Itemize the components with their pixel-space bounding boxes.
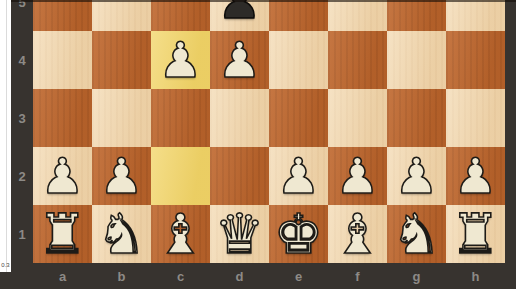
file-label-e: e <box>269 263 328 289</box>
white-rook: ♜ <box>33 206 92 262</box>
square-g5[interactable] <box>387 0 446 31</box>
square-h2[interactable]: ♟ <box>446 147 505 205</box>
file-label-c: c <box>151 263 210 289</box>
square-g1[interactable]: ♞ <box>387 205 446 263</box>
file-label-g: g <box>387 263 446 289</box>
square-a4[interactable] <box>33 31 92 89</box>
chess-app-window: 0.3 54321 ♟♟♟♟♟♟♟♟♟♜♞♝♛♚♝♞♜ abcdefgh <box>0 0 516 289</box>
square-c2[interactable] <box>151 147 210 205</box>
white-pawn: ♟ <box>151 36 210 86</box>
square-a2[interactable]: ♟ <box>33 147 92 205</box>
rank-coordinates: 54321 <box>11 0 33 263</box>
white-pawn: ♟ <box>328 152 387 202</box>
square-f4[interactable] <box>328 31 387 89</box>
rank-label-4: 4 <box>11 31 33 89</box>
square-d2[interactable] <box>210 147 269 205</box>
square-b5[interactable] <box>92 0 151 31</box>
chess-board: ♟♟♟♟♟♟♟♟♟♜♞♝♛♚♝♞♜ <box>33 0 505 263</box>
square-e1[interactable]: ♚ <box>269 205 328 263</box>
evaluation-score: 0.3 <box>0 262 11 269</box>
white-knight: ♞ <box>92 206 151 262</box>
evaluation-bar: 0.3 <box>0 0 11 272</box>
square-b3[interactable] <box>92 89 151 147</box>
white-bishop: ♝ <box>151 206 210 262</box>
file-label-f: f <box>328 263 387 289</box>
square-a1[interactable]: ♜ <box>33 205 92 263</box>
white-pawn: ♟ <box>33 152 92 202</box>
white-pawn: ♟ <box>387 152 446 202</box>
square-b4[interactable] <box>92 31 151 89</box>
frame-crop-edge <box>11 0 516 2</box>
white-pawn: ♟ <box>446 152 505 202</box>
white-knight: ♞ <box>387 206 446 262</box>
black-pawn: ♟ <box>210 0 269 27</box>
square-g4[interactable] <box>387 31 446 89</box>
white-pawn: ♟ <box>210 36 269 86</box>
square-d3[interactable] <box>210 89 269 147</box>
square-b1[interactable]: ♞ <box>92 205 151 263</box>
square-e3[interactable] <box>269 89 328 147</box>
white-king: ♚ <box>269 206 328 262</box>
square-e5[interactable] <box>269 0 328 31</box>
file-label-b: b <box>92 263 151 289</box>
square-d4[interactable]: ♟ <box>210 31 269 89</box>
square-a5[interactable] <box>33 0 92 31</box>
white-pawn: ♟ <box>92 152 151 202</box>
white-queen: ♛ <box>210 206 269 262</box>
rank-label-1: 1 <box>11 205 33 263</box>
square-c4[interactable]: ♟ <box>151 31 210 89</box>
square-e4[interactable] <box>269 31 328 89</box>
square-c5[interactable] <box>151 0 210 31</box>
square-c3[interactable] <box>151 89 210 147</box>
square-h1[interactable]: ♜ <box>446 205 505 263</box>
square-h4[interactable] <box>446 31 505 89</box>
square-f3[interactable] <box>328 89 387 147</box>
square-h3[interactable] <box>446 89 505 147</box>
rank-label-2: 2 <box>11 147 33 205</box>
white-bishop: ♝ <box>328 206 387 262</box>
square-d1[interactable]: ♛ <box>210 205 269 263</box>
square-f5[interactable] <box>328 0 387 31</box>
square-f2[interactable]: ♟ <box>328 147 387 205</box>
square-a3[interactable] <box>33 89 92 147</box>
rank-label-5: 5 <box>11 0 33 18</box>
square-f1[interactable]: ♝ <box>328 205 387 263</box>
square-h5[interactable] <box>446 0 505 31</box>
file-label-a: a <box>33 263 92 289</box>
rank-label-3: 3 <box>11 89 33 147</box>
file-coordinates: abcdefgh <box>33 263 505 289</box>
square-g2[interactable]: ♟ <box>387 147 446 205</box>
white-pawn: ♟ <box>269 152 328 202</box>
square-g3[interactable] <box>387 89 446 147</box>
square-d5[interactable]: ♟ <box>210 0 269 31</box>
white-rook: ♜ <box>446 206 505 262</box>
square-e2[interactable]: ♟ <box>269 147 328 205</box>
file-label-d: d <box>210 263 269 289</box>
square-c1[interactable]: ♝ <box>151 205 210 263</box>
square-b2[interactable]: ♟ <box>92 147 151 205</box>
file-label-h: h <box>446 263 505 289</box>
